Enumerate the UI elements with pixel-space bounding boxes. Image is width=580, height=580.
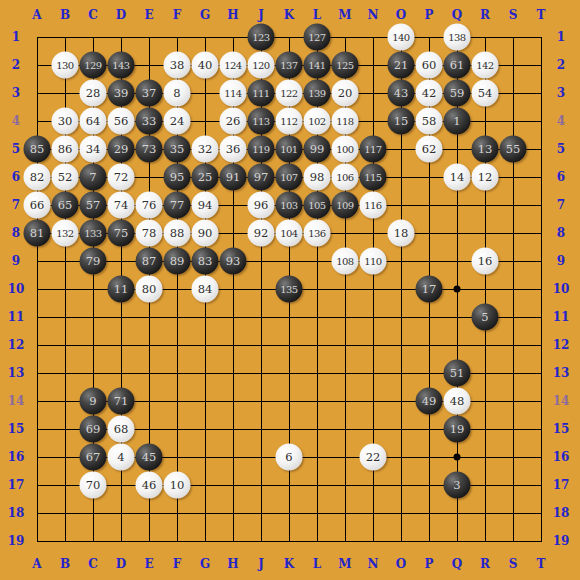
stone-K3[interactable]: 122	[276, 80, 303, 107]
stone-F6[interactable]: 95	[164, 164, 191, 191]
stone-C2[interactable]: 129	[80, 52, 107, 79]
move-number: 89	[170, 255, 185, 267]
column-label-top-A: A	[32, 9, 41, 21]
stone-M7[interactable]: 109	[332, 192, 359, 219]
row-label-right-16: 16	[553, 451, 570, 463]
move-number: 30	[58, 115, 73, 127]
move-number: 15	[394, 115, 409, 127]
stone-B4[interactable]: 30	[52, 108, 79, 135]
move-number: 45	[142, 451, 157, 463]
stone-G6[interactable]: 25	[192, 164, 219, 191]
move-number: 112	[280, 116, 297, 126]
move-number: 58	[422, 115, 437, 127]
move-number: 111	[252, 88, 269, 98]
move-number: 48	[450, 395, 465, 407]
row-label-right-7: 7	[557, 199, 565, 211]
move-number: 52	[58, 171, 73, 183]
column-label-bottom-F: F	[173, 558, 182, 570]
move-number: 6	[285, 451, 292, 463]
column-label-bottom-D: D	[116, 558, 126, 570]
stone-N7[interactable]: 116	[360, 192, 387, 219]
move-number: 68	[114, 423, 129, 435]
move-number: 97	[254, 171, 269, 183]
stone-D14[interactable]: 71	[108, 388, 135, 415]
move-number: 140	[392, 32, 409, 42]
stone-J6[interactable]: 97	[248, 164, 275, 191]
stone-S5[interactable]: 55	[500, 136, 527, 163]
row-label-right-18: 18	[553, 507, 570, 519]
move-number: 100	[336, 144, 353, 154]
move-number: 3	[453, 479, 460, 491]
column-label-top-G: G	[200, 9, 210, 21]
move-number: 14	[450, 171, 465, 183]
stone-J8[interactable]: 92	[248, 220, 275, 247]
move-number: 59	[450, 87, 465, 99]
stone-C9[interactable]: 79	[80, 248, 107, 275]
stone-C7[interactable]: 57	[80, 192, 107, 219]
stone-C14[interactable]: 9	[80, 388, 107, 415]
move-number: 98	[310, 171, 325, 183]
row-label-left-6: 6	[12, 171, 20, 183]
move-number: 135	[280, 284, 297, 294]
row-label-left-18: 18	[8, 507, 25, 519]
stone-B2[interactable]: 130	[52, 52, 79, 79]
stone-A6[interactable]: 82	[24, 164, 51, 191]
move-number: 142	[476, 60, 493, 70]
row-label-right-10: 10	[553, 283, 570, 295]
stone-D6[interactable]: 72	[108, 164, 135, 191]
stone-R6[interactable]: 12	[472, 164, 499, 191]
stone-Q6[interactable]: 14	[444, 164, 471, 191]
column-label-top-E: E	[144, 9, 153, 21]
stone-D4[interactable]: 56	[108, 108, 135, 135]
column-label-bottom-R: R	[480, 558, 490, 570]
stone-L2[interactable]: 141	[304, 52, 331, 79]
move-number: 116	[364, 200, 381, 210]
move-number: 110	[364, 256, 381, 266]
stone-D3[interactable]: 39	[108, 80, 135, 107]
stone-M9[interactable]: 108	[332, 248, 359, 275]
move-number: 81	[30, 227, 45, 239]
column-label-bottom-P: P	[424, 558, 433, 570]
move-number: 123	[252, 32, 269, 42]
stone-M3[interactable]: 20	[332, 80, 359, 107]
stone-E16[interactable]: 45	[136, 444, 163, 471]
row-label-right-17: 17	[553, 479, 570, 491]
stone-P14[interactable]: 49	[416, 388, 443, 415]
column-label-bottom-N: N	[368, 558, 379, 570]
stone-M4[interactable]: 118	[332, 108, 359, 135]
move-number: 138	[448, 32, 465, 42]
grid-line-vertical	[485, 37, 486, 542]
move-number: 13	[478, 143, 493, 155]
stone-P5[interactable]: 62	[416, 136, 443, 163]
column-label-top-N: N	[368, 9, 379, 21]
move-number: 49	[422, 395, 437, 407]
move-number: 73	[142, 143, 157, 155]
column-label-bottom-M: M	[338, 558, 351, 570]
stone-G5[interactable]: 32	[192, 136, 219, 163]
move-number: 18	[394, 227, 409, 239]
row-label-left-10: 10	[8, 283, 25, 295]
stone-K6[interactable]: 107	[276, 164, 303, 191]
move-number: 29	[114, 143, 129, 155]
stone-M5[interactable]: 100	[332, 136, 359, 163]
stone-J3[interactable]: 111	[248, 80, 275, 107]
column-label-top-P: P	[424, 9, 433, 21]
stone-F17[interactable]: 10	[164, 472, 191, 499]
stone-F5[interactable]: 35	[164, 136, 191, 163]
row-label-left-14: 14	[8, 395, 25, 407]
row-label-right-3: 3	[557, 87, 565, 99]
stone-K5[interactable]: 101	[276, 136, 303, 163]
move-number: 70	[86, 479, 101, 491]
star-point-Q10	[454, 286, 461, 293]
stone-L4[interactable]: 102	[304, 108, 331, 135]
stone-E8[interactable]: 78	[136, 220, 163, 247]
move-number: 71	[114, 395, 129, 407]
move-number: 22	[366, 451, 381, 463]
stone-N16[interactable]: 22	[360, 444, 387, 471]
stone-D10[interactable]: 11	[108, 276, 135, 303]
move-number: 90	[198, 227, 213, 239]
row-label-left-3: 3	[12, 87, 20, 99]
stone-G2[interactable]: 40	[192, 52, 219, 79]
stone-Q17[interactable]: 3	[444, 472, 471, 499]
move-number: 34	[86, 143, 101, 155]
stone-P2[interactable]: 60	[416, 52, 443, 79]
row-label-right-8: 8	[557, 227, 565, 239]
stone-Q1[interactable]: 138	[444, 24, 471, 51]
stone-G7[interactable]: 94	[192, 192, 219, 219]
move-number: 124	[224, 60, 241, 70]
move-number: 72	[114, 171, 129, 183]
stone-L7[interactable]: 105	[304, 192, 331, 219]
column-label-bottom-S: S	[509, 558, 518, 570]
stone-O8[interactable]: 18	[388, 220, 415, 247]
stone-K10[interactable]: 135	[276, 276, 303, 303]
move-number: 119	[252, 144, 269, 154]
stone-M2[interactable]: 125	[332, 52, 359, 79]
stone-C17[interactable]: 70	[80, 472, 107, 499]
move-number: 143	[112, 60, 129, 70]
stone-N6[interactable]: 115	[360, 164, 387, 191]
stone-B8[interactable]: 132	[52, 220, 79, 247]
stone-Q15[interactable]: 19	[444, 416, 471, 443]
stone-E4[interactable]: 33	[136, 108, 163, 135]
stone-D16[interactable]: 4	[108, 444, 135, 471]
move-number: 43	[394, 87, 409, 99]
stone-B6[interactable]: 52	[52, 164, 79, 191]
column-label-bottom-B: B	[60, 558, 70, 570]
move-number: 46	[142, 479, 157, 491]
move-number: 12	[478, 171, 493, 183]
stone-H3[interactable]: 114	[220, 80, 247, 107]
stone-P3[interactable]: 42	[416, 80, 443, 107]
move-number: 37	[142, 87, 157, 99]
move-number: 122	[280, 88, 297, 98]
grid-line-vertical	[541, 37, 542, 542]
column-label-top-R: R	[480, 9, 490, 21]
move-number: 75	[114, 227, 129, 239]
row-label-left-2: 2	[12, 59, 20, 71]
stone-B7[interactable]: 65	[52, 192, 79, 219]
stone-Q14[interactable]: 48	[444, 388, 471, 415]
grid-line-horizontal	[37, 345, 542, 346]
go-board[interactable]: AABBCCDDEEFFGGHHJJKKLLMMNNOOPPQQRRSSTT11…	[0, 0, 580, 580]
column-label-bottom-L: L	[313, 558, 321, 570]
stone-Q3[interactable]: 59	[444, 80, 471, 107]
move-number: 133	[84, 228, 101, 238]
stone-D2[interactable]: 143	[108, 52, 135, 79]
stone-E7[interactable]: 76	[136, 192, 163, 219]
move-number: 9	[89, 395, 96, 407]
stone-H5[interactable]: 36	[220, 136, 247, 163]
move-number: 10	[170, 479, 185, 491]
stone-L5[interactable]: 99	[304, 136, 331, 163]
stone-J5[interactable]: 119	[248, 136, 275, 163]
stone-A7[interactable]: 66	[24, 192, 51, 219]
stone-F2[interactable]: 38	[164, 52, 191, 79]
stone-O2[interactable]: 21	[388, 52, 415, 79]
row-label-right-5: 5	[557, 143, 565, 155]
stone-R11[interactable]: 5	[472, 304, 499, 331]
move-number: 83	[198, 255, 213, 267]
column-label-top-Q: Q	[452, 9, 462, 21]
grid-line-vertical	[513, 37, 514, 542]
column-label-top-T: T	[537, 9, 546, 21]
stone-G9[interactable]: 83	[192, 248, 219, 275]
column-label-top-B: B	[60, 9, 70, 21]
stone-E10[interactable]: 80	[136, 276, 163, 303]
stone-F3[interactable]: 8	[164, 80, 191, 107]
move-number: 56	[114, 115, 129, 127]
column-label-top-K: K	[284, 9, 294, 21]
row-label-left-15: 15	[8, 423, 25, 435]
move-number: 92	[254, 227, 269, 239]
stone-C3[interactable]: 28	[80, 80, 107, 107]
stone-D5[interactable]: 29	[108, 136, 135, 163]
move-number: 127	[308, 32, 325, 42]
move-number: 105	[308, 200, 325, 210]
stone-C15[interactable]: 69	[80, 416, 107, 443]
stone-B5[interactable]: 86	[52, 136, 79, 163]
move-number: 94	[198, 199, 213, 211]
move-number: 66	[30, 199, 45, 211]
stone-N9[interactable]: 110	[360, 248, 387, 275]
stone-H4[interactable]: 26	[220, 108, 247, 135]
move-number: 120	[252, 60, 269, 70]
move-number: 101	[280, 144, 297, 154]
move-number: 38	[170, 59, 185, 71]
stone-R3[interactable]: 54	[472, 80, 499, 107]
stone-C6[interactable]: 7	[80, 164, 107, 191]
move-number: 114	[224, 88, 241, 98]
move-number: 54	[478, 87, 493, 99]
stone-K4[interactable]: 112	[276, 108, 303, 135]
row-label-left-9: 9	[12, 255, 20, 267]
stone-E9[interactable]: 87	[136, 248, 163, 275]
stone-H6[interactable]: 91	[220, 164, 247, 191]
stone-N5[interactable]: 117	[360, 136, 387, 163]
stone-G10[interactable]: 84	[192, 276, 219, 303]
move-number: 65	[58, 199, 73, 211]
move-number: 99	[310, 143, 325, 155]
stone-O1[interactable]: 140	[388, 24, 415, 51]
grid-line-horizontal	[37, 541, 542, 542]
move-number: 141	[308, 60, 325, 70]
column-label-top-F: F	[173, 9, 182, 21]
row-label-right-13: 13	[553, 367, 570, 379]
stone-M6[interactable]: 106	[332, 164, 359, 191]
column-label-top-J: J	[258, 9, 264, 21]
move-number: 35	[170, 143, 185, 155]
row-label-right-14: 14	[553, 395, 570, 407]
stone-C16[interactable]: 67	[80, 444, 107, 471]
stone-K7[interactable]: 103	[276, 192, 303, 219]
stone-L8[interactable]: 136	[304, 220, 331, 247]
stone-C4[interactable]: 64	[80, 108, 107, 135]
stone-E17[interactable]: 46	[136, 472, 163, 499]
stone-A8[interactable]: 81	[24, 220, 51, 247]
move-number: 115	[364, 172, 381, 182]
move-number: 109	[336, 200, 353, 210]
column-label-bottom-H: H	[227, 558, 238, 570]
row-label-right-11: 11	[553, 311, 570, 323]
stone-D15[interactable]: 68	[108, 416, 135, 443]
stone-Q13[interactable]: 51	[444, 360, 471, 387]
row-label-left-13: 13	[8, 367, 25, 379]
stone-K8[interactable]: 104	[276, 220, 303, 247]
stone-H9[interactable]: 93	[220, 248, 247, 275]
stone-K16[interactable]: 6	[276, 444, 303, 471]
move-number: 86	[58, 143, 73, 155]
stone-D8[interactable]: 75	[108, 220, 135, 247]
stone-J2[interactable]: 120	[248, 52, 275, 79]
move-number: 132	[56, 228, 73, 238]
move-number: 137	[280, 60, 297, 70]
stone-P4[interactable]: 58	[416, 108, 443, 135]
column-label-bottom-G: G	[200, 558, 210, 570]
move-number: 106	[336, 172, 353, 182]
stone-F9[interactable]: 89	[164, 248, 191, 275]
move-number: 139	[308, 88, 325, 98]
row-label-left-12: 12	[8, 339, 25, 351]
move-number: 95	[170, 171, 185, 183]
row-label-left-1: 1	[12, 31, 20, 43]
move-number: 5	[481, 311, 488, 323]
stone-J7[interactable]: 96	[248, 192, 275, 219]
move-number: 78	[142, 227, 157, 239]
stone-A5[interactable]: 85	[24, 136, 51, 163]
move-number: 25	[198, 171, 213, 183]
column-label-top-M: M	[338, 9, 351, 21]
move-number: 107	[280, 172, 297, 182]
move-number: 19	[450, 423, 465, 435]
column-label-bottom-Q: Q	[452, 558, 462, 570]
column-label-bottom-E: E	[144, 558, 153, 570]
stone-O3[interactable]: 43	[388, 80, 415, 107]
stone-L1[interactable]: 127	[304, 24, 331, 51]
move-number: 117	[364, 144, 381, 154]
move-number: 7	[89, 171, 96, 183]
column-label-top-L: L	[313, 9, 321, 21]
stone-L6[interactable]: 98	[304, 164, 331, 191]
stone-E3[interactable]: 37	[136, 80, 163, 107]
column-label-bottom-C: C	[88, 558, 98, 570]
stone-L3[interactable]: 139	[304, 80, 331, 107]
row-label-right-12: 12	[553, 339, 570, 351]
move-number: 67	[86, 451, 101, 463]
move-number: 40	[198, 59, 213, 71]
move-number: 16	[478, 255, 493, 267]
stone-D7[interactable]: 74	[108, 192, 135, 219]
move-number: 129	[84, 60, 101, 70]
stone-J4[interactable]: 113	[248, 108, 275, 135]
stone-F8[interactable]: 88	[164, 220, 191, 247]
move-number: 108	[336, 256, 353, 266]
move-number: 79	[86, 255, 101, 267]
move-number: 60	[422, 59, 437, 71]
stone-E5[interactable]: 73	[136, 136, 163, 163]
move-number: 11	[114, 283, 129, 295]
stone-C5[interactable]: 34	[80, 136, 107, 163]
stone-C8[interactable]: 133	[80, 220, 107, 247]
stone-R5[interactable]: 13	[472, 136, 499, 163]
move-number: 8	[173, 87, 180, 99]
move-number: 1	[453, 115, 460, 127]
stone-G8[interactable]: 90	[192, 220, 219, 247]
move-number: 118	[336, 116, 353, 126]
stone-F7[interactable]: 77	[164, 192, 191, 219]
move-number: 4	[117, 451, 124, 463]
grid-line-horizontal	[37, 317, 542, 318]
row-label-left-8: 8	[12, 227, 20, 239]
row-label-left-4: 4	[12, 115, 20, 127]
column-label-top-S: S	[509, 9, 518, 21]
move-number: 26	[226, 115, 241, 127]
row-label-left-5: 5	[12, 143, 20, 155]
stone-Q2[interactable]: 61	[444, 52, 471, 79]
stone-R9[interactable]: 16	[472, 248, 499, 275]
move-number: 64	[86, 115, 101, 127]
row-label-left-19: 19	[8, 535, 25, 547]
move-number: 102	[308, 116, 325, 126]
stone-P10[interactable]: 17	[416, 276, 443, 303]
row-label-right-4: 4	[557, 115, 565, 127]
move-number: 82	[30, 171, 45, 183]
move-number: 93	[226, 255, 241, 267]
stone-K2[interactable]: 137	[276, 52, 303, 79]
move-number: 55	[506, 143, 521, 155]
grid-line-horizontal	[37, 513, 542, 514]
stone-J1[interactable]: 123	[248, 24, 275, 51]
stone-R2[interactable]: 142	[472, 52, 499, 79]
stone-O4[interactable]: 15	[388, 108, 415, 135]
stone-H2[interactable]: 124	[220, 52, 247, 79]
move-number: 39	[114, 87, 129, 99]
stone-F4[interactable]: 24	[164, 108, 191, 135]
row-label-left-17: 17	[8, 479, 25, 491]
row-label-left-11: 11	[8, 311, 25, 323]
move-number: 69	[86, 423, 101, 435]
move-number: 51	[450, 367, 465, 379]
column-label-bottom-K: K	[284, 558, 294, 570]
move-number: 32	[198, 143, 213, 155]
move-number: 91	[226, 171, 241, 183]
stone-Q4[interactable]: 1	[444, 108, 471, 135]
column-label-bottom-T: T	[537, 558, 546, 570]
